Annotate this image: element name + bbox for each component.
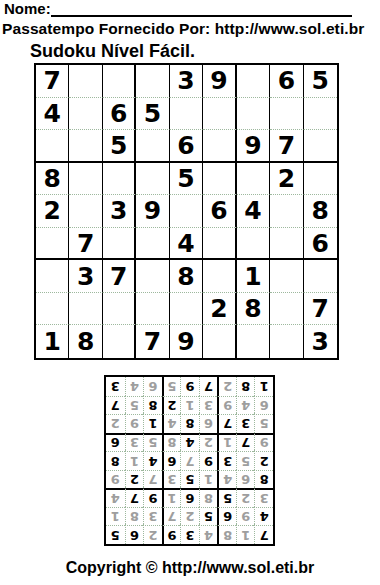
solution-cell-r9c8: 4 [125, 377, 144, 396]
puzzle-cell-r2c2 [69, 98, 102, 131]
solution-cell-r6c8: 3 [125, 433, 144, 452]
solution-cell-r7c2: 3 [236, 414, 255, 433]
solution-cell-r5c5: 7 [180, 451, 199, 470]
solution-cell-r5c2: 5 [236, 451, 255, 470]
solution-cell-r8c6: 2 [162, 396, 181, 415]
solution-cell-r2c9: 1 [106, 507, 125, 526]
solution-cell-r7c7: 1 [143, 414, 162, 433]
puzzle-cell-r5c2 [69, 195, 102, 228]
solution-cell-r4c6: 3 [162, 470, 181, 489]
solution-cell-r3c3: 5 [217, 488, 236, 507]
puzzle-cell-r2c5 [170, 98, 203, 131]
puzzle-cell-r4c7 [237, 163, 270, 196]
puzzle-cell-r6c1 [36, 228, 69, 261]
solution-cell-r1c7: 2 [143, 525, 162, 544]
puzzle-cell-r6c4 [136, 228, 169, 261]
puzzle-cell-r7c3: 7 [103, 260, 136, 293]
puzzle-cell-r8c3 [103, 293, 136, 326]
solution-cell-r5c9: 8 [106, 451, 125, 470]
puzzle-cell-r8c2 [69, 293, 102, 326]
sudoku-solution-grid-rotated: 7184392654965273813258619748641537292539… [104, 375, 275, 546]
puzzle-cell-r3c8: 7 [270, 130, 303, 163]
puzzle-cell-r2c9 [304, 98, 337, 131]
puzzle-cell-r4c8: 2 [270, 163, 303, 196]
puzzle-cell-r4c9 [304, 163, 337, 196]
solution-cell-r6c6: 8 [162, 433, 181, 452]
solution-cell-r3c1: 3 [254, 488, 273, 507]
puzzle-cell-r7c8 [270, 260, 303, 293]
page-title: Sudoku Nível Fácil. [30, 41, 195, 62]
solution-cell-r9c2: 8 [236, 377, 255, 396]
solution-cell-r4c7: 7 [143, 470, 162, 489]
solution-cell-r7c6: 4 [162, 414, 181, 433]
solution-cell-r3c8: 7 [125, 488, 144, 507]
puzzle-cell-r2c6 [203, 98, 236, 131]
solution-cell-r3c6: 1 [162, 488, 181, 507]
puzzle-cell-r9c5: 9 [170, 325, 203, 358]
solution-cell-r2c8: 8 [125, 507, 144, 526]
puzzle-cell-r1c6: 9 [203, 65, 236, 98]
puzzle-cell-r7c5: 8 [170, 260, 203, 293]
solution-cell-r7c9: 2 [106, 414, 125, 433]
sudoku-puzzle-grid: 739654655697852239648746378128718793 [34, 63, 339, 360]
solution-cell-r5c4: 9 [199, 451, 218, 470]
copyright-text: Copyright © http://www.sol.eti.br [0, 559, 380, 577]
puzzle-cell-r6c5: 4 [170, 228, 203, 261]
solution-cell-r9c1: 1 [254, 377, 273, 396]
puzzle-cell-r7c9 [304, 260, 337, 293]
solution-cell-r9c4: 7 [199, 377, 218, 396]
solution-cell-r8c3: 9 [217, 396, 236, 415]
solution-cell-r6c3: 1 [217, 433, 236, 452]
solution-cell-r2c3: 6 [217, 507, 236, 526]
solution-cell-r3c4: 8 [199, 488, 218, 507]
puzzle-cell-r4c5: 5 [170, 163, 203, 196]
puzzle-cell-r2c1: 4 [36, 98, 69, 131]
solution-cell-r9c9: 3 [106, 377, 125, 396]
solution-cell-r7c4: 6 [199, 414, 218, 433]
puzzle-cell-r8c9: 7 [304, 293, 337, 326]
puzzle-cell-r6c9: 6 [304, 228, 337, 261]
solution-cell-r1c2: 1 [236, 525, 255, 544]
puzzle-cell-r2c4: 5 [136, 98, 169, 131]
puzzle-cell-r1c5: 3 [170, 65, 203, 98]
puzzle-cell-r8c7: 8 [237, 293, 270, 326]
solution-cell-r9c3: 2 [217, 377, 236, 396]
provider-text: Passatempo Fornecido Por: http://www.sol… [2, 20, 364, 38]
puzzle-cell-r8c5 [170, 293, 203, 326]
puzzle-cell-r6c3 [103, 228, 136, 261]
solution-cell-r4c1: 8 [254, 470, 273, 489]
puzzle-cell-r1c2 [69, 65, 102, 98]
puzzle-cell-r6c6 [203, 228, 236, 261]
solution-cell-r9c5: 9 [180, 377, 199, 396]
solution-cell-r5c8: 1 [125, 451, 144, 470]
solution-cell-r3c7: 9 [143, 488, 162, 507]
puzzle-cell-r8c4 [136, 293, 169, 326]
puzzle-cell-r8c1 [36, 293, 69, 326]
puzzle-cell-r3c9 [304, 130, 337, 163]
puzzle-cell-r9c6 [203, 325, 236, 358]
solution-cell-r1c1: 7 [254, 525, 273, 544]
solution-cell-r4c5: 5 [180, 470, 199, 489]
solution-cell-r9c7: 6 [143, 377, 162, 396]
puzzle-cell-r9c4: 7 [136, 325, 169, 358]
solution-cell-r8c7: 8 [143, 396, 162, 415]
puzzle-cell-r3c6 [203, 130, 236, 163]
solution-cell-r4c9: 9 [106, 470, 125, 489]
solution-cell-r8c2: 4 [236, 396, 255, 415]
puzzle-cell-r2c8 [270, 98, 303, 131]
puzzle-cell-r1c1: 7 [36, 65, 69, 98]
puzzle-cell-r7c4 [136, 260, 169, 293]
puzzle-cell-r9c8 [270, 325, 303, 358]
solution-cell-r1c3: 8 [217, 525, 236, 544]
solution-cell-r9c6: 5 [162, 377, 181, 396]
puzzle-cell-r6c8 [270, 228, 303, 261]
solution-cell-r2c4: 5 [199, 507, 218, 526]
puzzle-cell-r5c6: 6 [203, 195, 236, 228]
name-label: Nome: [4, 1, 51, 17]
puzzle-cell-r7c6 [203, 260, 236, 293]
puzzle-cell-r3c3: 5 [103, 130, 136, 163]
puzzle-cell-r4c1: 8 [36, 163, 69, 196]
puzzle-cell-r5c1: 2 [36, 195, 69, 228]
puzzle-cell-r5c3: 3 [103, 195, 136, 228]
puzzle-cell-r9c3 [103, 325, 136, 358]
puzzle-cell-r1c9: 5 [304, 65, 337, 98]
puzzle-cell-r4c4 [136, 163, 169, 196]
solution-cell-r8c8: 5 [125, 396, 144, 415]
name-field-row: Nome: [4, 1, 352, 17]
solution-cell-r3c5: 6 [180, 488, 199, 507]
puzzle-cell-r1c4 [136, 65, 169, 98]
puzzle-cell-r5c4: 9 [136, 195, 169, 228]
puzzle-cell-r1c8: 6 [270, 65, 303, 98]
puzzle-cell-r3c1 [36, 130, 69, 163]
solution-cell-r6c2: 7 [236, 433, 255, 452]
solution-cell-r8c4: 3 [199, 396, 218, 415]
solution-cell-r1c9: 5 [106, 525, 125, 544]
solution-cell-r1c6: 9 [162, 525, 181, 544]
puzzle-cell-r3c4 [136, 130, 169, 163]
puzzle-cell-r4c6 [203, 163, 236, 196]
puzzle-cell-r3c5: 6 [170, 130, 203, 163]
solution-cell-r3c2: 2 [236, 488, 255, 507]
solution-cell-r6c9: 6 [106, 433, 125, 452]
solution-cell-r6c4: 2 [199, 433, 218, 452]
puzzle-cell-r9c9: 3 [304, 325, 337, 358]
puzzle-cell-r4c2 [69, 163, 102, 196]
puzzle-cell-r1c7 [237, 65, 270, 98]
puzzle-cell-r3c7: 9 [237, 130, 270, 163]
puzzle-cell-r6c7 [237, 228, 270, 261]
solution-cell-r2c2: 9 [236, 507, 255, 526]
solution-cell-r1c5: 3 [180, 525, 199, 544]
solution-cell-r4c2: 6 [236, 470, 255, 489]
solution-cell-r4c8: 2 [125, 470, 144, 489]
puzzle-cell-r8c6: 2 [203, 293, 236, 326]
puzzle-cell-r5c9: 8 [304, 195, 337, 228]
solution-cell-r3c9: 4 [106, 488, 125, 507]
puzzle-cell-r9c2: 8 [69, 325, 102, 358]
puzzle-cell-r9c1: 1 [36, 325, 69, 358]
solution-cell-r8c5: 1 [180, 396, 199, 415]
puzzle-cell-r2c3: 6 [103, 98, 136, 131]
solution-cell-r2c7: 3 [143, 507, 162, 526]
puzzle-cell-r8c8 [270, 293, 303, 326]
puzzle-cell-r1c3 [103, 65, 136, 98]
puzzle-cell-r7c1 [36, 260, 69, 293]
solution-cell-r5c1: 2 [254, 451, 273, 470]
solution-cell-r5c3: 3 [217, 451, 236, 470]
puzzle-cell-r5c8 [270, 195, 303, 228]
solution-cell-r4c4: 1 [199, 470, 218, 489]
solution-cell-r2c1: 4 [254, 507, 273, 526]
puzzle-cell-r6c2: 7 [69, 228, 102, 261]
solution-cell-r1c8: 6 [125, 525, 144, 544]
solution-cell-r7c1: 5 [254, 414, 273, 433]
solution-cell-r2c5: 2 [180, 507, 199, 526]
solution-cell-r8c1: 6 [254, 396, 273, 415]
solution-cell-r2c6: 7 [162, 507, 181, 526]
solution-cell-r7c3: 7 [217, 414, 236, 433]
solution-cell-r5c7: 4 [143, 451, 162, 470]
solution-cell-r7c8: 9 [125, 414, 144, 433]
name-blank-line [51, 1, 352, 17]
puzzle-cell-r3c2 [69, 130, 102, 163]
puzzle-cell-r4c3 [103, 163, 136, 196]
puzzle-cell-r2c7 [237, 98, 270, 131]
puzzle-cell-r5c5 [170, 195, 203, 228]
solution-cell-r5c6: 6 [162, 451, 181, 470]
solution-cell-r8c9: 7 [106, 396, 125, 415]
solution-cell-r6c5: 4 [180, 433, 199, 452]
puzzle-cell-r5c7: 4 [237, 195, 270, 228]
puzzle-cell-r7c2: 3 [69, 260, 102, 293]
solution-cell-r6c7: 5 [143, 433, 162, 452]
solution-cell-r4c3: 4 [217, 470, 236, 489]
solution-cell-r7c5: 8 [180, 414, 199, 433]
puzzle-cell-r7c7: 1 [237, 260, 270, 293]
solution-cell-r1c4: 4 [199, 525, 218, 544]
puzzle-cell-r9c7 [237, 325, 270, 358]
solution-cell-r6c1: 9 [254, 433, 273, 452]
